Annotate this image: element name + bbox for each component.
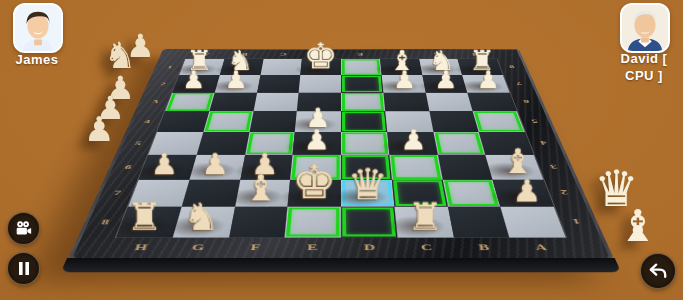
square-c5[interactable]: ♟	[387, 132, 437, 155]
white-pawn-g2[interactable]: ♟	[224, 67, 247, 91]
square-f8[interactable]	[229, 207, 288, 237]
black-pawn-h6[interactable]: ♟	[150, 149, 178, 178]
file-label-g: G	[167, 240, 228, 256]
white-king-e1[interactable]: ♚	[304, 39, 338, 74]
square-g4[interactable]	[203, 111, 253, 132]
rank-label-right-6: 6	[513, 92, 540, 111]
square-e8[interactable]	[285, 207, 341, 237]
square-a8[interactable]	[501, 207, 566, 237]
black-king-e7[interactable]: ♚	[292, 159, 337, 205]
black-knight-g8[interactable]: ♞	[182, 198, 219, 236]
square-c6[interactable]	[389, 155, 442, 180]
rank-label-right-2: 2	[548, 179, 582, 206]
black-pawn-g6[interactable]: ♟	[201, 149, 229, 178]
black-rook-c8[interactable]: ♜	[407, 198, 444, 236]
square-a2[interactable]: ♟	[462, 75, 509, 92]
file-label-c: C	[397, 240, 456, 256]
square-d3[interactable]	[341, 92, 385, 111]
square-b6[interactable]	[437, 155, 492, 180]
rank-label-right-5: 5	[521, 111, 549, 132]
undo-arrow-icon	[648, 262, 668, 280]
file-label-d: D	[341, 240, 399, 256]
player-name-left: James	[2, 52, 72, 67]
square-f4[interactable]	[249, 111, 297, 132]
square-g8[interactable]: ♞	[172, 207, 234, 237]
white-pawn-a2[interactable]: ♟	[477, 67, 500, 91]
avatar-james	[13, 3, 63, 53]
square-b8[interactable]	[447, 207, 509, 237]
square-d5[interactable]	[341, 132, 389, 155]
player-name-right-line2: CPU ]	[608, 67, 680, 84]
player-name-right-line1: David [	[608, 50, 680, 67]
square-f2[interactable]	[257, 75, 301, 92]
avatar-david	[620, 3, 670, 53]
square-g3[interactable]	[209, 92, 257, 111]
captured-white-bishop: ♝	[618, 204, 657, 248]
square-a3[interactable]	[467, 92, 516, 111]
square-f3[interactable]	[253, 92, 299, 111]
square-b4[interactable]	[429, 111, 479, 132]
square-a7[interactable]: ♟	[493, 179, 554, 206]
black-bishop-f7[interactable]: ♝	[244, 170, 279, 206]
square-c3[interactable]	[383, 92, 429, 111]
square-e7[interactable]: ♚	[288, 179, 341, 206]
file-label-a: A	[510, 240, 573, 256]
white-pawn-b2[interactable]: ♟	[435, 67, 458, 91]
black-queen-d7[interactable]: ♛	[347, 163, 388, 206]
white-pawn-e5[interactable]: ♟	[304, 126, 331, 154]
board-frame: ♜♞♚♝♞♜♟♟♟♟♟♟♟♟♟♟♟♝♝♚♛♟♜♞♜ HGFEDCBA HGFED…	[67, 49, 614, 261]
square-g2[interactable]: ♟	[215, 75, 261, 92]
pause-button[interactable]	[7, 252, 40, 285]
rank-label-right-3: 3	[538, 155, 570, 180]
black-pawn-a7[interactable]: ♟	[512, 175, 542, 206]
square-h3[interactable]	[165, 92, 214, 111]
captured-black-pawn: ♟	[84, 112, 114, 146]
white-pawn-h2[interactable]: ♟	[182, 67, 205, 91]
player-name-right: David [ CPU ]	[608, 50, 680, 84]
square-e1[interactable]: ♚	[301, 59, 341, 75]
rank-label-4: 4	[133, 111, 161, 132]
square-d7[interactable]: ♛	[341, 179, 394, 206]
rank-label-right-7: 7	[507, 75, 532, 92]
file-label-e: E	[283, 240, 341, 256]
james-face-icon	[15, 5, 61, 51]
rank-label-3: 3	[142, 92, 169, 111]
undo-button[interactable]	[640, 253, 676, 289]
square-c8[interactable]: ♜	[394, 207, 453, 237]
pause-icon	[18, 262, 30, 275]
square-e2[interactable]	[299, 75, 341, 92]
video-camera-icon	[14, 220, 33, 237]
file-label-far-c: C	[263, 51, 302, 58]
rank-label-right-8: 8	[500, 59, 524, 75]
file-labels-near: HGFEDCBA	[109, 240, 573, 256]
square-a4[interactable]	[473, 111, 525, 132]
square-d4[interactable]	[341, 111, 387, 132]
square-b3[interactable]	[425, 92, 473, 111]
black-rook-h8[interactable]: ♜	[126, 198, 163, 236]
white-pawn-c5[interactable]: ♟	[400, 126, 427, 154]
square-h4[interactable]	[157, 111, 209, 132]
square-b5[interactable]	[433, 132, 486, 155]
white-pawn-c2[interactable]: ♟	[392, 67, 415, 91]
file-label-h: H	[109, 240, 172, 256]
david-face-icon	[622, 5, 668, 51]
board-tilt: ♜♞♚♝♞♜♟♟♟♟♟♟♟♟♟♟♟♝♝♚♛♟♜♞♜ HGFEDCBA HGFED…	[67, 49, 614, 261]
file-label-f: F	[225, 240, 284, 256]
camera-button[interactable]	[7, 212, 40, 245]
file-label-b: B	[454, 240, 515, 256]
board-squares: ♜♞♚♝♞♜♟♟♟♟♟♟♟♟♟♟♟♝♝♚♛♟♜♞♜	[116, 59, 565, 237]
file-label-far-e: E	[341, 51, 380, 58]
board-frame-edge	[60, 258, 621, 273]
square-e5[interactable]: ♟	[293, 132, 341, 155]
